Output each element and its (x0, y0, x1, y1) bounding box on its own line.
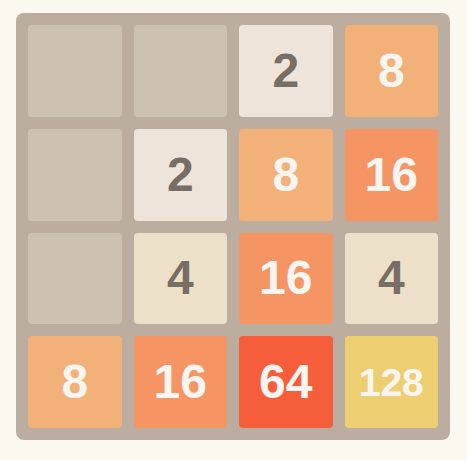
tile-r0c1 (134, 25, 228, 117)
tile-r1c1: 2 (134, 129, 228, 221)
tile-r2c0 (28, 233, 122, 325)
tile-r3c2: 64 (239, 336, 333, 428)
tile-r1c2: 8 (239, 129, 333, 221)
tile-r0c2: 2 (239, 25, 333, 117)
tile-r2c2: 16 (239, 233, 333, 325)
tile-r3c0: 8 (28, 336, 122, 428)
tile-r1c0 (28, 129, 122, 221)
board-2048[interactable]: 2 8 2 8 16 4 16 4 8 16 64 128 (16, 13, 450, 440)
tile-r3c1: 16 (134, 336, 228, 428)
tile-r2c3: 4 (345, 233, 439, 325)
tile-r0c3: 8 (345, 25, 439, 117)
tile-r1c3: 16 (345, 129, 439, 221)
tile-r2c1: 4 (134, 233, 228, 325)
tile-r3c3: 128 (345, 336, 439, 428)
tile-r0c0 (28, 25, 122, 117)
